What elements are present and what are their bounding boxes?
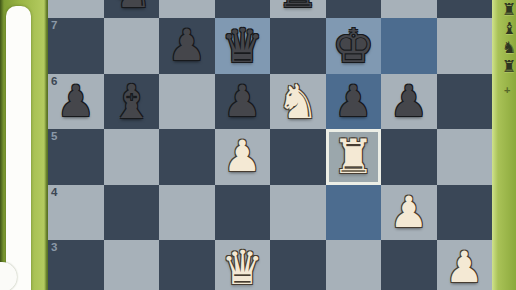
black-bishop[interactable]: ♝ (104, 74, 160, 130)
square-b7[interactable] (104, 18, 160, 74)
square-c8[interactable] (159, 0, 215, 18)
black-knight[interactable]: ♞ (104, 0, 160, 18)
white-rook[interactable]: ♜ (326, 129, 382, 185)
rook-icon: ♜ (502, 57, 516, 76)
square-a6[interactable]: 6♟ (48, 74, 104, 130)
square-d7[interactable]: ♛ (215, 18, 271, 74)
square-a4[interactable]: 4 (48, 185, 104, 241)
rank-label-7: 7 (51, 19, 57, 31)
square-f3[interactable] (326, 240, 382, 290)
square-c4[interactable] (159, 185, 215, 241)
knight-icon: ♞ (502, 38, 516, 57)
square-a8[interactable] (48, 0, 104, 18)
square-h6[interactable] (437, 74, 493, 130)
square-d6[interactable]: ♟ (215, 74, 271, 130)
black-pawn[interactable]: ♟ (48, 74, 104, 130)
white-pawn[interactable]: ♟ (437, 240, 493, 290)
rank-label-5: 5 (51, 130, 57, 142)
square-c5[interactable] (159, 129, 215, 185)
white-pawn[interactable]: ♟ (381, 185, 437, 241)
white-queen[interactable]: ♛ (215, 240, 271, 290)
square-e8[interactable]: ♜ (270, 0, 326, 18)
captured-material-panel: ♜♝♞♜+ (502, 0, 516, 96)
board: ♞♜7♟♛♚6♟♝♟♞♟♟5♟♜4♟3♛♟ (48, 0, 492, 290)
square-g7[interactable] (381, 18, 437, 74)
rank-label-4: 4 (51, 186, 57, 198)
square-f5[interactable]: ♜ (326, 129, 382, 185)
square-e6[interactable]: ♞ (270, 74, 326, 130)
square-g6[interactable]: ♟ (381, 74, 437, 130)
chess-app-screen: ♞♜7♟♛♚6♟♝♟♞♟♟5♟♜4♟3♛♟ ♜♝♞♜+ (0, 0, 516, 290)
evaluation-bar (6, 6, 31, 290)
black-king[interactable]: ♚ (326, 18, 382, 74)
square-f7[interactable]: ♚ (326, 18, 382, 74)
square-b5[interactable] (104, 129, 160, 185)
rank-label-3: 3 (51, 241, 57, 253)
square-g5[interactable] (381, 129, 437, 185)
white-knight[interactable]: ♞ (270, 74, 326, 130)
black-pawn[interactable]: ♟ (326, 74, 382, 130)
square-c3[interactable] (159, 240, 215, 290)
square-e7[interactable] (270, 18, 326, 74)
black-queen[interactable]: ♛ (215, 18, 271, 74)
square-g3[interactable] (381, 240, 437, 290)
square-h5[interactable] (437, 129, 493, 185)
black-pawn[interactable]: ♟ (215, 74, 271, 130)
material-plus-label: + (502, 84, 510, 96)
square-d4[interactable] (215, 185, 271, 241)
square-h7[interactable] (437, 18, 493, 74)
white-pawn[interactable]: ♟ (215, 129, 271, 185)
square-b8[interactable]: ♞ (104, 0, 160, 18)
rank-label-6: 6 (51, 75, 57, 87)
square-e5[interactable] (270, 129, 326, 185)
square-h3[interactable]: ♟ (437, 240, 493, 290)
rook-icon: ♜ (502, 0, 516, 19)
square-e3[interactable] (270, 240, 326, 290)
square-b3[interactable] (104, 240, 160, 290)
square-d5[interactable]: ♟ (215, 129, 271, 185)
square-d3[interactable]: ♛ (215, 240, 271, 290)
square-a3[interactable]: 3 (48, 240, 104, 290)
square-b4[interactable] (104, 185, 160, 241)
bishop-icon: ♝ (502, 19, 516, 38)
square-a5[interactable]: 5 (48, 129, 104, 185)
square-a7[interactable]: 7 (48, 18, 104, 74)
square-e4[interactable] (270, 185, 326, 241)
black-rook[interactable]: ♜ (270, 0, 326, 18)
square-g4[interactable]: ♟ (381, 185, 437, 241)
square-f4[interactable] (326, 185, 382, 241)
square-f8[interactable] (326, 0, 382, 18)
square-g8[interactable] (381, 0, 437, 18)
black-pawn[interactable]: ♟ (381, 74, 437, 130)
black-pawn[interactable]: ♟ (159, 18, 215, 74)
square-c7[interactable]: ♟ (159, 18, 215, 74)
square-c6[interactable] (159, 74, 215, 130)
square-h4[interactable] (437, 185, 493, 241)
square-d8[interactable] (215, 0, 271, 18)
square-h8[interactable] (437, 0, 493, 18)
square-b6[interactable]: ♝ (104, 74, 160, 130)
square-f6[interactable]: ♟ (326, 74, 382, 130)
